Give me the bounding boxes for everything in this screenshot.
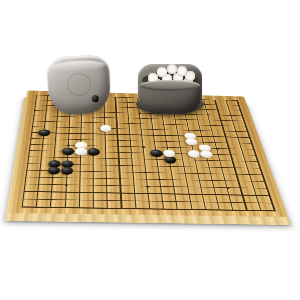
black-stone (61, 167, 74, 175)
star-point (67, 145, 70, 147)
star-point (146, 186, 149, 188)
white-stone (187, 150, 200, 157)
go-set-photo (0, 0, 300, 300)
white-stone (100, 125, 112, 132)
star-point (142, 146, 145, 148)
white-stone (163, 150, 176, 157)
bowl-lid-highlight (51, 60, 106, 73)
star-point (65, 184, 68, 186)
star-point (207, 114, 210, 115)
black-stone (62, 148, 74, 156)
open-stone-bowl (138, 64, 202, 114)
white-stone (200, 151, 213, 158)
white-stone (75, 148, 87, 156)
closed-stone-bowl (47, 54, 112, 115)
black-stone (88, 148, 100, 156)
bowl-lid-engraving (66, 72, 91, 96)
bowl-lid-dot (92, 95, 99, 102)
black-stone (47, 167, 60, 175)
white-stone (185, 138, 198, 145)
star-point (216, 148, 219, 150)
black-stone (38, 129, 50, 136)
star-point (226, 187, 230, 189)
bowl-rim (140, 80, 200, 91)
black-stone (150, 149, 163, 156)
